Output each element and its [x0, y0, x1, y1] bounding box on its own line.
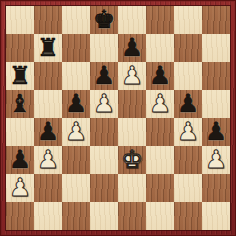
square-e5[interactable]	[118, 90, 146, 118]
black-pawn-a3[interactable]: ♟	[9, 147, 31, 172]
black-bishop-a5[interactable]: ♝	[9, 91, 31, 116]
square-f4[interactable]	[146, 118, 174, 146]
square-h4[interactable]: ♟	[202, 118, 230, 146]
square-f5[interactable]: ♟	[146, 90, 174, 118]
square-b8[interactable]	[34, 6, 62, 34]
black-pawn-g5[interactable]: ♟	[177, 91, 199, 116]
chess-board: ♚♜♟♜♟♟♟♝♟♟♟♟♟♟♟♟♟♟♚♟♟	[6, 6, 230, 230]
black-pawn-c5[interactable]: ♟	[65, 91, 87, 116]
white-pawn-c4[interactable]: ♟	[65, 119, 87, 144]
square-d4[interactable]	[90, 118, 118, 146]
square-g8[interactable]	[174, 6, 202, 34]
square-c6[interactable]	[62, 62, 90, 90]
black-king-d8[interactable]: ♚	[93, 7, 115, 32]
white-pawn-g4[interactable]: ♟	[177, 119, 199, 144]
square-f7[interactable]	[146, 34, 174, 62]
black-pawn-h4[interactable]: ♟	[205, 119, 227, 144]
square-d2[interactable]	[90, 174, 118, 202]
square-g7[interactable]	[174, 34, 202, 62]
square-h5[interactable]	[202, 90, 230, 118]
square-d7[interactable]	[90, 34, 118, 62]
square-c1[interactable]	[62, 202, 90, 230]
square-e6[interactable]: ♟	[118, 62, 146, 90]
square-b1[interactable]	[34, 202, 62, 230]
square-b4[interactable]: ♟	[34, 118, 62, 146]
black-pawn-b4[interactable]: ♟	[37, 119, 59, 144]
black-rook-b7[interactable]: ♜	[37, 35, 59, 60]
board-frame: ♚♜♟♜♟♟♟♝♟♟♟♟♟♟♟♟♟♟♚♟♟	[0, 0, 236, 236]
square-e4[interactable]	[118, 118, 146, 146]
square-d8[interactable]: ♚	[90, 6, 118, 34]
square-e1[interactable]	[118, 202, 146, 230]
square-g6[interactable]	[174, 62, 202, 90]
square-a8[interactable]	[6, 6, 34, 34]
square-g2[interactable]	[174, 174, 202, 202]
white-pawn-e6[interactable]: ♟	[121, 63, 143, 88]
square-d3[interactable]	[90, 146, 118, 174]
white-pawn-d5[interactable]: ♟	[93, 91, 115, 116]
square-f6[interactable]: ♟	[146, 62, 174, 90]
black-rook-a6[interactable]: ♜	[9, 63, 31, 88]
white-pawn-h3[interactable]: ♟	[205, 147, 227, 172]
square-e3[interactable]: ♚	[118, 146, 146, 174]
square-d5[interactable]: ♟	[90, 90, 118, 118]
square-f1[interactable]	[146, 202, 174, 230]
white-pawn-b3[interactable]: ♟	[37, 147, 59, 172]
white-pawn-f5[interactable]: ♟	[149, 91, 171, 116]
square-a3[interactable]: ♟	[6, 146, 34, 174]
square-f8[interactable]	[146, 6, 174, 34]
square-h2[interactable]	[202, 174, 230, 202]
square-c8[interactable]	[62, 6, 90, 34]
black-pawn-f6[interactable]: ♟	[149, 63, 171, 88]
square-a5[interactable]: ♝	[6, 90, 34, 118]
square-c4[interactable]: ♟	[62, 118, 90, 146]
square-d1[interactable]	[90, 202, 118, 230]
square-g1[interactable]	[174, 202, 202, 230]
square-e7[interactable]: ♟	[118, 34, 146, 62]
square-h1[interactable]	[202, 202, 230, 230]
square-g5[interactable]: ♟	[174, 90, 202, 118]
square-h3[interactable]: ♟	[202, 146, 230, 174]
square-h8[interactable]	[202, 6, 230, 34]
square-c3[interactable]	[62, 146, 90, 174]
square-a7[interactable]	[6, 34, 34, 62]
square-f3[interactable]	[146, 146, 174, 174]
square-a6[interactable]: ♜	[6, 62, 34, 90]
square-c5[interactable]: ♟	[62, 90, 90, 118]
square-b2[interactable]	[34, 174, 62, 202]
square-a1[interactable]	[6, 202, 34, 230]
square-f2[interactable]	[146, 174, 174, 202]
square-b5[interactable]	[34, 90, 62, 118]
square-h7[interactable]	[202, 34, 230, 62]
square-b7[interactable]: ♜	[34, 34, 62, 62]
black-pawn-e7[interactable]: ♟	[121, 35, 143, 60]
square-e8[interactable]	[118, 6, 146, 34]
square-g3[interactable]	[174, 146, 202, 174]
square-d6[interactable]: ♟	[90, 62, 118, 90]
square-b6[interactable]	[34, 62, 62, 90]
white-king-e3[interactable]: ♚	[121, 147, 143, 172]
square-c2[interactable]	[62, 174, 90, 202]
square-b3[interactable]: ♟	[34, 146, 62, 174]
square-a2[interactable]: ♟	[6, 174, 34, 202]
square-c7[interactable]	[62, 34, 90, 62]
square-g4[interactable]: ♟	[174, 118, 202, 146]
square-a4[interactable]	[6, 118, 34, 146]
square-h6[interactable]	[202, 62, 230, 90]
white-pawn-a2[interactable]: ♟	[9, 175, 31, 200]
black-pawn-d6[interactable]: ♟	[93, 63, 115, 88]
square-e2[interactable]	[118, 174, 146, 202]
